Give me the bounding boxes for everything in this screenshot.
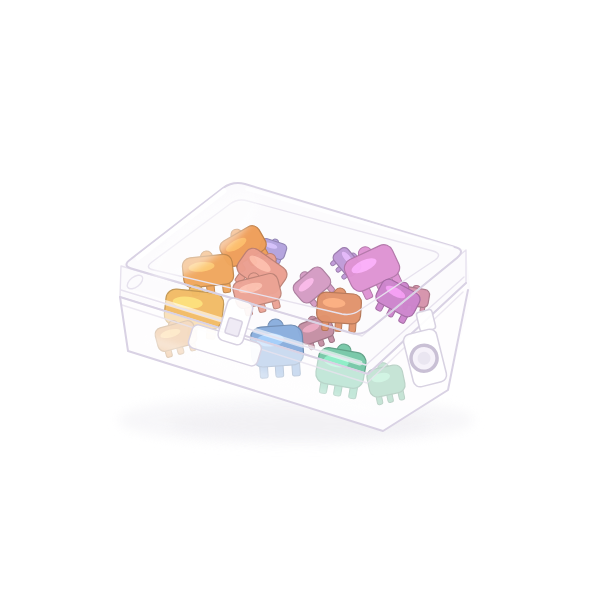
box-illustration [0, 0, 600, 600]
product-photo-canvas [0, 0, 600, 600]
